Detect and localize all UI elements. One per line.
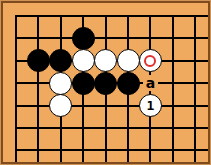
point-label-a: a bbox=[143, 75, 158, 91]
white-stone bbox=[94, 49, 117, 72]
grid-line-horizontal bbox=[15, 149, 208, 151]
black-stone bbox=[27, 49, 50, 72]
diagram-frame: a1 bbox=[1, 1, 210, 164]
grid-line-horizontal bbox=[15, 105, 208, 107]
stone-number: 1 bbox=[146, 99, 154, 112]
white-stone bbox=[117, 49, 140, 72]
black-stone bbox=[49, 49, 72, 72]
white-stone bbox=[49, 72, 72, 95]
grid-line-horizontal bbox=[15, 15, 208, 17]
white-stone bbox=[49, 94, 72, 117]
go-board: a1 bbox=[3, 3, 208, 162]
black-stone bbox=[72, 27, 95, 50]
grid-line-horizontal bbox=[15, 37, 208, 39]
white-stone bbox=[72, 49, 95, 72]
black-stone bbox=[72, 72, 95, 95]
red-circle-mark bbox=[144, 55, 156, 67]
white-stone-circle-marked bbox=[139, 49, 162, 72]
black-stone bbox=[117, 72, 140, 95]
grid-line-horizontal bbox=[15, 127, 208, 129]
black-stone bbox=[94, 72, 117, 95]
go-diagram: a1 bbox=[0, 0, 211, 165]
white-stone-numbered: 1 bbox=[139, 94, 162, 117]
